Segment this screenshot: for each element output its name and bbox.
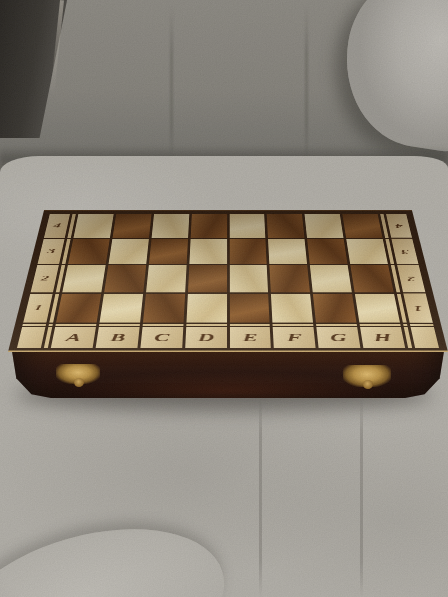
brass-clasp-right xyxy=(343,365,391,387)
square-f1 xyxy=(271,293,313,322)
pinstripe xyxy=(22,324,46,326)
clasp-hook xyxy=(363,380,373,389)
square-a1 xyxy=(56,293,101,322)
pinstripe xyxy=(273,324,314,326)
pinstripe xyxy=(360,324,401,326)
square-f2 xyxy=(270,265,310,292)
rank-label-left-4: 4 xyxy=(44,214,70,238)
pinstripe xyxy=(229,324,270,326)
square-d3 xyxy=(189,239,227,264)
file-label-b: B xyxy=(95,327,139,348)
rank-label-left-1: 1 xyxy=(23,293,52,322)
rank-label-left-3: 3 xyxy=(38,239,65,264)
letter-row-left-corner xyxy=(17,327,45,348)
file-label-g: G xyxy=(317,327,361,348)
mattress-seam xyxy=(360,398,363,597)
rank-label-right-4: 4 xyxy=(386,214,412,238)
square-g1 xyxy=(313,293,357,322)
pinstripe xyxy=(49,324,53,326)
square-d4 xyxy=(190,214,226,238)
square-c1 xyxy=(143,293,185,322)
file-label-e: E xyxy=(229,327,271,348)
file-label-h: H xyxy=(360,327,405,348)
pinstripe xyxy=(186,324,227,326)
file-label-d: D xyxy=(185,327,227,348)
rank-label-right-2: 2 xyxy=(397,265,425,292)
square-e2 xyxy=(229,265,268,292)
letter-row-right-corner xyxy=(411,327,439,348)
square-h2 xyxy=(350,265,393,292)
square-c2 xyxy=(146,265,186,292)
clasp-hook xyxy=(74,378,84,387)
square-e4 xyxy=(229,214,265,238)
square-g2 xyxy=(310,265,352,292)
square-b1 xyxy=(99,293,143,322)
square-f3 xyxy=(268,239,307,264)
rank-label-left-2: 2 xyxy=(31,265,59,292)
square-g3 xyxy=(307,239,347,264)
square-g4 xyxy=(305,214,344,238)
square-a2 xyxy=(62,265,105,292)
pinstripe xyxy=(316,324,357,326)
square-b4 xyxy=(112,214,151,238)
square-f4 xyxy=(267,214,305,238)
board-grid: 44332211ABCDEFGH xyxy=(8,210,448,352)
headboard-crease xyxy=(170,6,173,164)
pinstripe xyxy=(55,324,96,326)
square-h3 xyxy=(346,239,388,264)
square-c4 xyxy=(151,214,189,238)
rank-label-right-3: 3 xyxy=(391,239,418,264)
pinstripe xyxy=(99,324,140,326)
brass-clasp-left xyxy=(56,364,100,384)
pinstripe xyxy=(142,324,183,326)
pinstripe xyxy=(403,324,407,326)
file-label-a: A xyxy=(51,327,96,348)
square-b3 xyxy=(108,239,148,264)
square-e3 xyxy=(229,239,267,264)
square-d1 xyxy=(186,293,227,322)
chess-box-front-panel xyxy=(12,351,444,398)
square-a3 xyxy=(68,239,110,264)
square-d2 xyxy=(188,265,227,292)
mattress-seam xyxy=(259,398,262,597)
rank-label-right-1: 1 xyxy=(403,293,432,322)
square-h1 xyxy=(355,293,400,322)
square-b2 xyxy=(104,265,146,292)
pinstripe xyxy=(410,324,434,326)
photo-scene: 44332211ABCDEFGH xyxy=(0,0,448,597)
square-e1 xyxy=(229,293,270,322)
square-a4 xyxy=(74,214,114,238)
file-label-c: C xyxy=(140,327,183,348)
square-h4 xyxy=(342,214,382,238)
file-label-f: F xyxy=(273,327,316,348)
square-c3 xyxy=(149,239,188,264)
headboard-crease xyxy=(305,6,308,164)
chess-board-top: 44332211ABCDEFGH xyxy=(8,210,448,352)
